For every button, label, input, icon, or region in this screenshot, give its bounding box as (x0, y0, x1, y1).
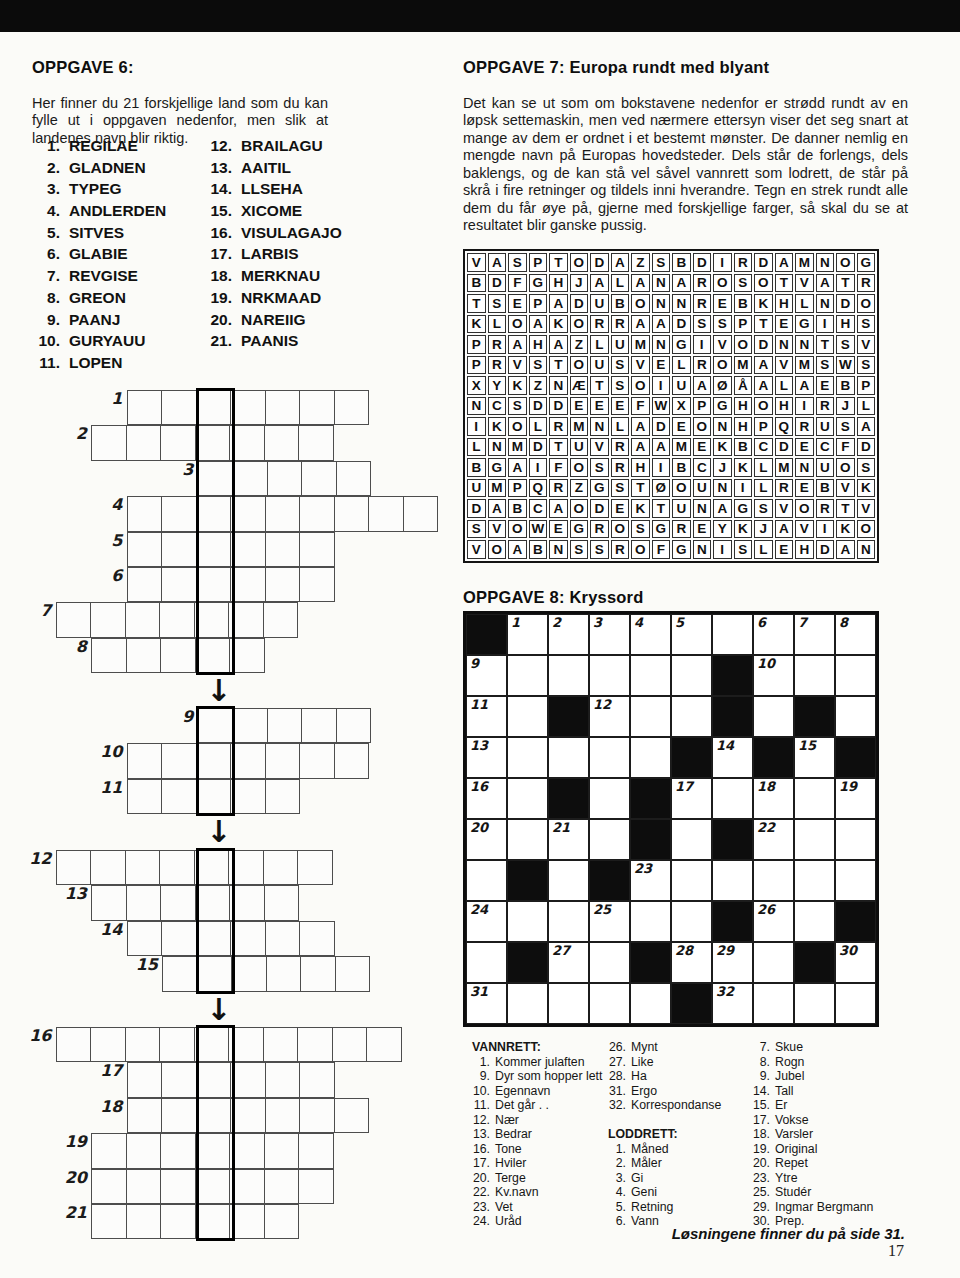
diagram-cell[interactable] (127, 1062, 163, 1097)
crossword-cell[interactable] (466, 860, 507, 901)
wordsearch-cell: Q (775, 417, 794, 436)
diagram-cell[interactable] (91, 425, 127, 460)
clue-text: Ha (631, 1069, 647, 1084)
page-top-bar (0, 0, 960, 32)
diagram-cell[interactable] (127, 390, 163, 425)
crossword-cell[interactable] (753, 942, 794, 983)
wordsearch-cell: O (857, 520, 876, 539)
wordsearch-cell: U (611, 335, 630, 354)
word-text: REGILAE (69, 137, 138, 155)
wordsearch-cell: M (795, 356, 814, 375)
crossword-cell[interactable] (548, 983, 589, 1024)
crossword-cell[interactable]: 7 (794, 614, 835, 655)
crossword-cell[interactable] (753, 860, 794, 901)
diagram-cell[interactable] (91, 1133, 127, 1168)
diagram-cell[interactable] (299, 567, 335, 602)
wordsearch-cell: S (693, 315, 712, 334)
diagram-cell[interactable] (126, 1133, 162, 1168)
diagram-cell[interactable] (368, 496, 404, 531)
clue-number: 16. (466, 1142, 490, 1157)
crossword-cell[interactable]: 15 (794, 737, 835, 778)
diagram-cell[interactable] (265, 1098, 301, 1133)
diagram-cell[interactable] (125, 602, 161, 637)
diagram-cell[interactable] (194, 602, 230, 637)
clue-item: 3.Gi (602, 1171, 742, 1186)
diagram-cell[interactable] (196, 921, 232, 956)
diagram-cell[interactable] (366, 1027, 402, 1062)
crossword-cell (589, 860, 630, 901)
crossword-cell[interactable] (671, 696, 712, 737)
diagram-cell[interactable] (195, 885, 231, 920)
wordsearch-cell: Z (570, 479, 589, 498)
diagram-cell[interactable] (159, 850, 195, 885)
diagram-cell[interactable] (230, 1098, 266, 1133)
clue-text: Terge (495, 1171, 526, 1186)
word-list-item: 1.REGILAE (28, 137, 166, 159)
diagram-cell[interactable] (301, 708, 337, 743)
crossword-cell[interactable] (671, 901, 712, 942)
crossword-cell[interactable]: 5 (671, 614, 712, 655)
diagram-cell[interactable] (196, 1062, 232, 1097)
crossword-cell[interactable] (630, 983, 671, 1024)
diagram-cell[interactable] (230, 390, 266, 425)
diagram-cell[interactable] (299, 743, 335, 778)
crossword-cell[interactable]: 24 (466, 901, 507, 942)
crossword-cell[interactable] (589, 819, 630, 860)
diagram-cell[interactable] (91, 1204, 127, 1239)
crossword-cell[interactable] (630, 901, 671, 942)
word-list-item: 15.XICOME (194, 202, 342, 224)
word-number: 4. (28, 202, 60, 220)
crossword-cell[interactable]: 13 (466, 737, 507, 778)
diagram-cell[interactable] (264, 1133, 300, 1168)
crossword-cell[interactable] (507, 737, 548, 778)
diagram-cell[interactable] (90, 602, 126, 637)
diagram-cell[interactable] (196, 779, 232, 814)
crossword-cell[interactable]: 3 (589, 614, 630, 655)
crossword-cell[interactable] (671, 860, 712, 901)
wordsearch-cell: P (529, 294, 548, 313)
wordsearch-cell: B (734, 438, 753, 457)
clues-spacer (602, 1113, 742, 1128)
diagram-cell[interactable] (230, 496, 266, 531)
crossword-cell[interactable]: 8 (835, 614, 876, 655)
diagram-cell[interactable] (298, 425, 334, 460)
diagram-cell[interactable] (334, 1098, 370, 1133)
wordsearch-cell: S (836, 335, 855, 354)
crossword-cell[interactable]: 14 (712, 737, 753, 778)
crossword-cell[interactable] (589, 942, 630, 983)
diagram-cell[interactable] (230, 743, 266, 778)
wordsearch-cell: B (529, 540, 548, 559)
crossword-cell[interactable]: 29 (712, 942, 753, 983)
wordsearch-cell: E (570, 397, 589, 416)
diagram-cell[interactable] (160, 885, 196, 920)
wordsearch-cell: R (611, 540, 630, 559)
crossword-cell[interactable] (794, 983, 835, 1024)
wordsearch-cell: R (549, 479, 568, 498)
diagram-cell[interactable] (231, 956, 267, 991)
diagram-cell[interactable] (336, 461, 372, 496)
diagram-cell[interactable] (332, 1027, 368, 1062)
diagram-cell[interactable] (196, 567, 232, 602)
word-list-item: 11.LOPEN (28, 354, 166, 376)
crossword-cell[interactable] (835, 860, 876, 901)
diagram-cell[interactable] (299, 1098, 335, 1133)
wordsearch-cell: T (590, 376, 609, 395)
diagram-cell[interactable] (334, 496, 370, 531)
diagram-cell[interactable] (267, 461, 303, 496)
wordsearch-cell: A (672, 274, 691, 293)
clues-vannrett-list-cont: 26.Mynt27.Like28.Ha31.Ergo32.Korresponda… (602, 1040, 742, 1113)
diagram-cell[interactable] (198, 461, 234, 496)
oppgave8-title: OPPGAVE 8: Kryssord (463, 588, 643, 607)
diagram-cell[interactable] (194, 1027, 230, 1062)
wordsearch-cell: O (570, 499, 589, 518)
crossword-cell (630, 778, 671, 819)
diagram-cell[interactable] (127, 921, 163, 956)
crossword-cell[interactable] (589, 737, 630, 778)
wordsearch-cell: V (836, 479, 855, 498)
clue-item: 4.Geni (602, 1185, 742, 1200)
diagram-cell[interactable] (228, 1027, 264, 1062)
crossword-cell[interactable]: 23 (630, 860, 671, 901)
wordsearch-cell: V (795, 520, 814, 539)
diagram-cell[interactable] (229, 1204, 265, 1239)
diagram-cell[interactable] (298, 1169, 334, 1204)
clue-text: Bedrar (495, 1127, 532, 1142)
diagram-cell[interactable] (229, 425, 265, 460)
crossword-cell[interactable] (671, 819, 712, 860)
wordsearch-cell: O (570, 356, 589, 375)
diagram-cell[interactable] (265, 496, 301, 531)
wordsearch-cell: D (754, 253, 773, 272)
diagram-cell[interactable] (232, 708, 268, 743)
crossword-cell[interactable] (835, 696, 876, 737)
crossword-cell[interactable] (712, 860, 753, 901)
diagram-cell[interactable] (228, 602, 264, 637)
diagram-cell[interactable] (161, 567, 197, 602)
crossword-cell[interactable] (589, 778, 630, 819)
crossword-cell[interactable]: 27 (548, 942, 589, 983)
diagram-cell[interactable] (196, 496, 232, 531)
wordsearch-cell: S (508, 397, 527, 416)
diagram-cell[interactable] (196, 1098, 232, 1133)
diagram-cell[interactable] (265, 921, 301, 956)
diagram-cell[interactable] (127, 496, 163, 531)
crossword-cell[interactable]: 21 (548, 819, 589, 860)
crossword-cell[interactable] (712, 614, 753, 655)
diagram-row-number: 12 (26, 849, 52, 869)
crossword-number: 18 (757, 779, 775, 794)
diagram-cell[interactable] (160, 425, 196, 460)
wordsearch-cell: G (590, 479, 609, 498)
diagram-cell[interactable] (299, 532, 335, 567)
wordsearch-cell: S (611, 376, 630, 395)
word-list-item: 4.ANDLERDEN (28, 202, 166, 224)
diagram-cell[interactable] (264, 1169, 300, 1204)
crossword-cell[interactable] (794, 778, 835, 819)
crossword-cell[interactable] (589, 983, 630, 1024)
diagram-row-number: 18 (97, 1097, 123, 1117)
crossword-cell[interactable] (507, 655, 548, 696)
diagram-cell[interactable] (196, 743, 232, 778)
wordsearch-cell: D (549, 397, 568, 416)
crossword-cell[interactable]: 30 (835, 942, 876, 983)
diagram-cell[interactable] (161, 1098, 197, 1133)
diagram-cell[interactable] (197, 956, 233, 991)
crossword-cell[interactable] (589, 655, 630, 696)
diagram-cell[interactable] (195, 1204, 231, 1239)
word-list-item: 8.GREON (28, 289, 166, 311)
diagram-cell[interactable] (263, 850, 299, 885)
word-list-item: 21.PAANIS (194, 332, 342, 354)
crossword-cell (671, 983, 712, 1024)
diagram-cell[interactable] (195, 638, 231, 673)
crossword-cell[interactable] (507, 901, 548, 942)
crossword-cell[interactable] (835, 655, 876, 696)
crossword-cell[interactable] (835, 819, 876, 860)
diagram-cell[interactable] (127, 743, 163, 778)
diagram-cell[interactable] (127, 1098, 163, 1133)
crossword-cell[interactable] (507, 778, 548, 819)
diagram-cell[interactable] (265, 743, 301, 778)
crossword-cell[interactable] (835, 983, 876, 1024)
crossword-cell[interactable]: 12 (589, 696, 630, 737)
crossword-cell[interactable]: 9 (466, 655, 507, 696)
diagram-cell[interactable] (336, 708, 372, 743)
crossword-cell[interactable]: 4 (630, 614, 671, 655)
crossword-cell[interactable]: 20 (466, 819, 507, 860)
wordsearch-cell: S (857, 356, 876, 375)
crossword-cell[interactable]: 11 (466, 696, 507, 737)
diagram-cell[interactable] (297, 850, 333, 885)
crossword-cell[interactable]: 17 (671, 778, 712, 819)
diagram-cell[interactable] (56, 602, 92, 637)
wordsearch-cell: C (754, 438, 773, 457)
diagram-cell[interactable] (300, 956, 336, 991)
diagram-cell[interactable] (161, 496, 197, 531)
diagram-cell[interactable] (125, 850, 161, 885)
diagram-cell[interactable] (90, 1027, 126, 1062)
diagram-cell[interactable] (266, 956, 302, 991)
crossword-cell[interactable]: 25 (589, 901, 630, 942)
wordsearch-cell: A (652, 315, 671, 334)
crossword-cell[interactable] (507, 696, 548, 737)
diagram-cell[interactable] (403, 496, 439, 531)
diagram-cell[interactable] (161, 779, 197, 814)
crossword-number: 5 (675, 615, 684, 630)
crossword-cell[interactable] (630, 696, 671, 737)
diagram-cell[interactable] (229, 1133, 265, 1168)
crossword-cell[interactable]: 10 (753, 655, 794, 696)
diagram-cell[interactable] (160, 1204, 196, 1239)
wordsearch-cell: S (857, 315, 876, 334)
crossword-cell[interactable]: 31 (466, 983, 507, 1024)
wordsearch-cell: G (529, 274, 548, 293)
wordsearch-cell: O (631, 540, 650, 559)
wordsearch-cell: A (713, 499, 732, 518)
diagram-cell[interactable] (126, 1169, 162, 1204)
diagram-cell[interactable] (196, 532, 232, 567)
diagram-cell[interactable] (127, 532, 163, 567)
diagram-cell[interactable] (299, 921, 335, 956)
diagram-cell[interactable] (263, 1027, 299, 1062)
crossword-cell[interactable] (794, 901, 835, 942)
diagram-cell[interactable] (265, 1062, 301, 1097)
diagram-cell[interactable] (299, 390, 335, 425)
wordsearch-cell: A (857, 417, 876, 436)
crossword-cell (712, 696, 753, 737)
clue-number: 29. (746, 1200, 770, 1215)
crossword-cell[interactable]: 1 (507, 614, 548, 655)
diagram-cell[interactable] (161, 743, 197, 778)
diagram-cell[interactable] (297, 1027, 333, 1062)
diagram-cell[interactable] (126, 425, 162, 460)
clue-text: Tone (495, 1142, 522, 1157)
crossword-cell[interactable]: 18 (753, 778, 794, 819)
diagram-cell[interactable] (162, 956, 198, 991)
diagram-cell[interactable] (265, 390, 301, 425)
diagram-row-number: 17 (97, 1061, 123, 1081)
diagram-cell[interactable] (126, 885, 162, 920)
crossword-cell[interactable]: 16 (466, 778, 507, 819)
wordsearch-cell: S (652, 253, 671, 272)
diagram-cell[interactable] (267, 708, 303, 743)
diagram-cell[interactable] (298, 1133, 334, 1168)
diagram-cell[interactable] (230, 779, 266, 814)
crossword-cell[interactable]: 22 (753, 819, 794, 860)
diagram-cell[interactable] (127, 779, 163, 814)
wordsearch-cell: L (611, 417, 630, 436)
diagram-cell[interactable] (229, 885, 265, 920)
diagram-cell[interactable] (263, 602, 299, 637)
crossword-cell[interactable] (548, 737, 589, 778)
wordsearch-cell: L (611, 274, 630, 293)
crossword-cell[interactable] (548, 655, 589, 696)
crossword-cell[interactable] (753, 696, 794, 737)
diagram-cell[interactable] (229, 638, 265, 673)
diagram-cell[interactable] (232, 461, 268, 496)
diagram-cell[interactable] (228, 850, 264, 885)
wordsearch-cell: N (693, 499, 712, 518)
clue-text: Hviler (495, 1156, 526, 1171)
diagram-cell[interactable] (195, 1133, 231, 1168)
clues-vannrett-list: 1.Kommer julaften9.Dyr som hopper lett10… (466, 1055, 622, 1229)
diagram-cell[interactable] (265, 567, 301, 602)
diagram-cell[interactable] (265, 779, 301, 814)
wordsearch-cell: D (590, 253, 609, 272)
clue-item: 20.Repet (746, 1156, 906, 1171)
diagram-cell[interactable] (230, 921, 266, 956)
diagram-cell[interactable] (56, 1027, 92, 1062)
diagram-cell[interactable] (90, 850, 126, 885)
diagram-cell[interactable] (161, 532, 197, 567)
crossword-cell[interactable] (507, 983, 548, 1024)
diagram-cell[interactable] (264, 885, 300, 920)
crossword-cell[interactable] (507, 819, 548, 860)
diagram-cell[interactable] (299, 496, 335, 531)
wordsearch-cell: L (754, 540, 773, 559)
diagram-cell[interactable] (161, 921, 197, 956)
wordsearch-cell: O (754, 397, 773, 416)
diagram-cell[interactable] (301, 461, 337, 496)
diagram-cell[interactable] (159, 1027, 195, 1062)
diagram-cell[interactable] (91, 885, 127, 920)
crossword-cell[interactable]: 19 (835, 778, 876, 819)
crossword-cell[interactable]: 28 (671, 942, 712, 983)
diagram-cell[interactable] (126, 1204, 162, 1239)
diagram-cell[interactable] (264, 1204, 300, 1239)
diagram-cell[interactable] (91, 1169, 127, 1204)
crossword-cell[interactable] (671, 655, 712, 696)
diagram-cell[interactable] (230, 567, 266, 602)
wordsearch-cell: E (672, 417, 691, 436)
wordsearch-cell: F (508, 274, 527, 293)
clue-number: 5. (602, 1200, 626, 1215)
diagram-cell[interactable] (194, 850, 230, 885)
diagram-cell[interactable] (161, 390, 197, 425)
diagram-cell[interactable] (198, 708, 234, 743)
diagram-cell[interactable] (91, 638, 127, 673)
diagram-cell[interactable] (229, 1169, 265, 1204)
wordsearch-cell: O (713, 356, 732, 375)
clue-text: Kv.navn (495, 1185, 539, 1200)
diagram-cell[interactable] (335, 956, 371, 991)
diagram-cell[interactable] (161, 1062, 197, 1097)
crossword-cell[interactable] (794, 819, 835, 860)
crossword-cell[interactable]: 6 (753, 614, 794, 655)
diagram-cell[interactable] (159, 602, 195, 637)
clue-number: 9. (746, 1069, 770, 1084)
wordsearch-cell: L (775, 376, 794, 395)
diagram-cell[interactable] (160, 638, 196, 673)
crossword-cell[interactable] (794, 655, 835, 696)
crossword-cell[interactable]: 32 (712, 983, 753, 1024)
diagram-cell[interactable] (56, 850, 92, 885)
crossword-cell[interactable] (753, 983, 794, 1024)
diagram-cell[interactable] (195, 1169, 231, 1204)
crossword-cell[interactable]: 26 (753, 901, 794, 942)
crossword-cell[interactable] (794, 860, 835, 901)
crossword-number: 24 (470, 902, 488, 917)
diagram-cell[interactable] (125, 1027, 161, 1062)
diagram-cell[interactable] (264, 425, 300, 460)
crossword-cell[interactable] (466, 942, 507, 983)
diagram-cell[interactable] (230, 532, 266, 567)
crossword-cell[interactable]: 2 (548, 614, 589, 655)
crossword-cell[interactable] (548, 860, 589, 901)
diagram-cell[interactable] (265, 532, 301, 567)
crossword-cell[interactable] (630, 737, 671, 778)
diagram-cell[interactable] (334, 390, 370, 425)
diagram-cell[interactable] (126, 638, 162, 673)
diagram-cell[interactable] (195, 425, 231, 460)
diagram-cell[interactable] (160, 1169, 196, 1204)
diagram-cell[interactable] (230, 1062, 266, 1097)
diagram-cell[interactable] (160, 1133, 196, 1168)
diagram-row (127, 496, 439, 531)
wordsearch-cell: N (816, 253, 835, 272)
crossword-cell[interactable] (548, 901, 589, 942)
diagram-cell[interactable] (299, 1062, 335, 1097)
diagram-cell[interactable] (127, 567, 163, 602)
crossword-cell[interactable] (712, 778, 753, 819)
diagram-cell[interactable] (196, 390, 232, 425)
diagram-cell[interactable] (334, 743, 370, 778)
crossword-cell[interactable] (630, 655, 671, 696)
clue-item: 5.Retning (602, 1200, 742, 1215)
